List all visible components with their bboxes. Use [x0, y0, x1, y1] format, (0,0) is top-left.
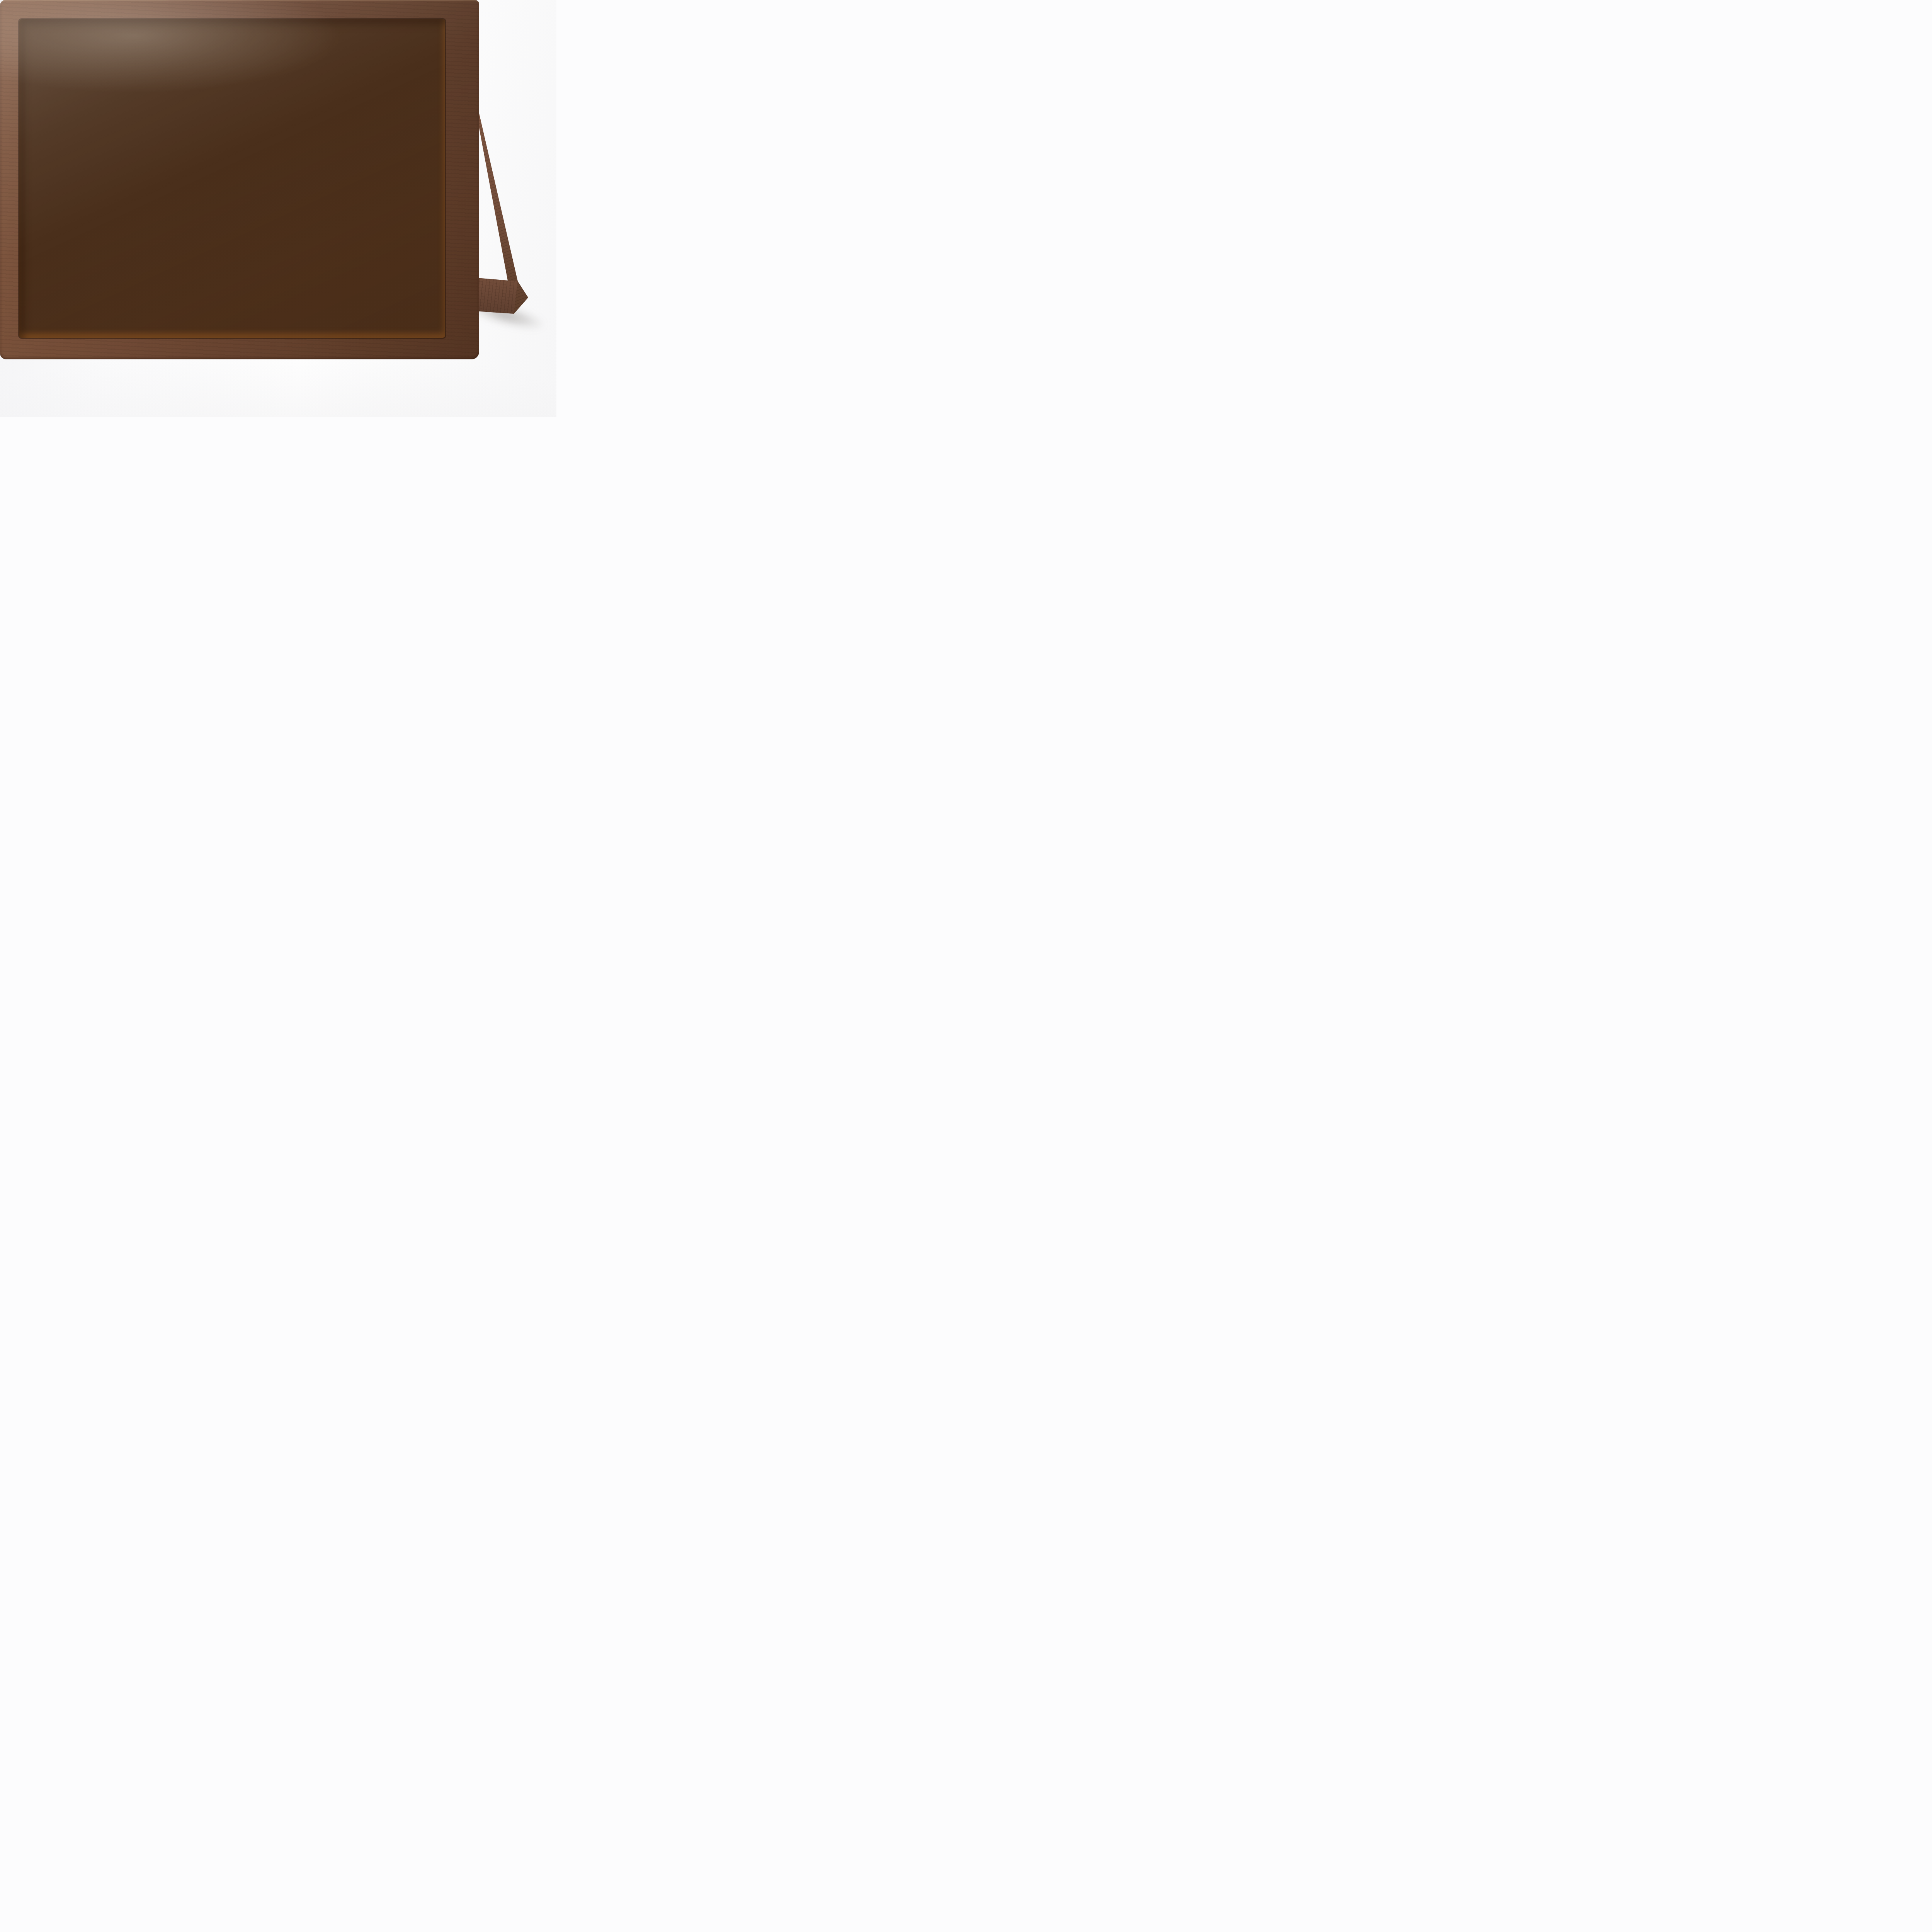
scene-background: [0, 0, 556, 417]
photo-canvas: [0, 0, 556, 417]
board-grid: [19, 19, 445, 338]
board-top-face: [0, 0, 479, 359]
